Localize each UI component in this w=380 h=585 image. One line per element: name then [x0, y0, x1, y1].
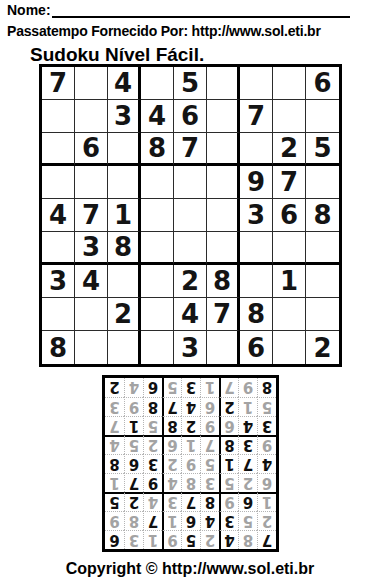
puzzle-cell-r1c9: 6	[306, 67, 339, 100]
solution-cell-r6c3: 8	[219, 435, 238, 454]
name-label: Nome:	[7, 2, 51, 18]
solution-cell-r3c2: 6	[238, 492, 257, 511]
solution-cell-r4c2: 2	[238, 473, 257, 492]
puzzle-cell-r8c4	[141, 298, 174, 331]
puzzle-cell-r1c8	[273, 67, 306, 100]
solution-cell-r7c6: 8	[162, 416, 181, 435]
puzzle-cell-r2c2	[75, 100, 108, 133]
solution-cell-r8c7: 8	[143, 397, 162, 416]
solution-cell-r6c9: 4	[105, 435, 124, 454]
copyright-text: Copyright © http://www.sol.eti.br	[0, 560, 380, 578]
puzzle-cell-r5c8: 6	[273, 199, 306, 232]
solution-cell-r1c2: 8	[238, 530, 257, 549]
puzzle-cell-r4c8: 7	[273, 166, 306, 199]
puzzle-cell-r3c3	[108, 133, 141, 166]
solution-cell-r1c6: 9	[162, 530, 181, 549]
puzzle-cell-r7c8: 1	[273, 265, 306, 298]
puzzle-cell-r8c6: 7	[207, 298, 240, 331]
puzzle-cell-r3c2: 6	[75, 133, 108, 166]
puzzle-cell-r4c9	[306, 166, 339, 199]
puzzle-cell-r8c2	[75, 298, 108, 331]
puzzle-cell-r8c1	[42, 298, 75, 331]
solution-cell-r8c2: 1	[238, 397, 257, 416]
solution-cell-r4c1: 6	[257, 473, 276, 492]
puzzle-cell-r5c2: 7	[75, 199, 108, 232]
solution-cell-r2c2: 5	[238, 511, 257, 530]
puzzle-cell-r5c9: 8	[306, 199, 339, 232]
solution-cell-r1c1: 7	[257, 530, 276, 549]
name-underline	[52, 2, 350, 18]
solution-cell-r9c8: 4	[124, 378, 143, 397]
puzzle-cell-r5c1: 4	[42, 199, 75, 232]
puzzle-cell-r3c9: 5	[306, 133, 339, 166]
puzzle-cell-r9c8	[273, 331, 306, 364]
puzzle-cell-r7c7	[240, 265, 273, 298]
solution-cell-r4c6: 4	[162, 473, 181, 492]
solution-cell-r4c4: 3	[200, 473, 219, 492]
solution-cell-r3c7: 4	[143, 492, 162, 511]
solution-cell-r7c3: 6	[219, 416, 238, 435]
solution-cell-r6c6: 6	[162, 435, 181, 454]
solution-cell-r5c9: 8	[105, 454, 124, 473]
solution-cell-r4c3: 5	[219, 473, 238, 492]
puzzle-cell-r3c4: 8	[141, 133, 174, 166]
solution-cell-r5c6: 2	[162, 454, 181, 473]
puzzle-cell-r2c8	[273, 100, 306, 133]
solution-cell-r3c5: 7	[181, 492, 200, 511]
puzzle-cell-r9c6	[207, 331, 240, 364]
puzzle-cell-r4c3	[108, 166, 141, 199]
puzzle-cell-r7c1: 3	[42, 265, 75, 298]
puzzle-cell-r9c3	[108, 331, 141, 364]
puzzle-cell-r6c2: 3	[75, 232, 108, 265]
solution-cell-r1c9: 6	[105, 530, 124, 549]
puzzle-cell-r8c8	[273, 298, 306, 331]
puzzle-cell-r5c7: 3	[240, 199, 273, 232]
puzzle-grid: 745634676872597471368383428124788362	[39, 64, 342, 367]
solution-cell-r4c7: 9	[143, 473, 162, 492]
solution-cell-r7c5: 2	[181, 416, 200, 435]
solution-cell-r7c9: 7	[105, 416, 124, 435]
puzzle-cell-r5c5	[174, 199, 207, 232]
puzzle-cell-r3c1	[42, 133, 75, 166]
solution-cell-r5c4: 5	[200, 454, 219, 473]
solution-cell-r9c4: 1	[200, 378, 219, 397]
puzzle-cell-r1c2	[75, 67, 108, 100]
puzzle-cell-r9c5: 3	[174, 331, 207, 364]
puzzle-cell-r1c3: 4	[108, 67, 141, 100]
puzzle-cell-r1c1: 7	[42, 67, 75, 100]
solution-grid: 7842591362534617891698734256253849714715…	[102, 375, 279, 552]
solution-cell-r5c5: 9	[181, 454, 200, 473]
puzzle-cell-r2c3: 3	[108, 100, 141, 133]
provider-text: Passatempo Fornecido Por: http://www.sol…	[7, 23, 350, 39]
solution-cell-r9c1: 8	[257, 378, 276, 397]
puzzle-cell-r9c2	[75, 331, 108, 364]
solution-cell-r1c4: 2	[200, 530, 219, 549]
solution-cell-r2c5: 6	[181, 511, 200, 530]
solution-cell-r1c8: 3	[124, 530, 143, 549]
solution-cell-r9c3: 7	[219, 378, 238, 397]
puzzle-cell-r5c4	[141, 199, 174, 232]
solution-cell-r8c4: 6	[200, 397, 219, 416]
solution-cell-r9c5: 3	[181, 378, 200, 397]
puzzle-cell-r2c6	[207, 100, 240, 133]
solution-cell-r2c6: 1	[162, 511, 181, 530]
puzzle-cell-r4c4	[141, 166, 174, 199]
puzzle-cell-r8c9	[306, 298, 339, 331]
puzzle-cell-r5c6	[207, 199, 240, 232]
page-title: Sudoku Nível Fácil.	[30, 44, 350, 66]
puzzle-cell-r4c6	[207, 166, 240, 199]
puzzle-cell-r3c8: 2	[273, 133, 306, 166]
puzzle-cell-r7c5: 2	[174, 265, 207, 298]
puzzle-cell-r6c7	[240, 232, 273, 265]
puzzle-cell-r2c9	[306, 100, 339, 133]
solution-cell-r1c5: 5	[181, 530, 200, 549]
puzzle-cell-r6c3: 8	[108, 232, 141, 265]
puzzle-cell-r2c1	[42, 100, 75, 133]
solution-cell-r3c1: 1	[257, 492, 276, 511]
solution-cell-r4c5: 8	[181, 473, 200, 492]
puzzle-cell-r8c3: 2	[108, 298, 141, 331]
solution-cell-r3c6: 3	[162, 492, 181, 511]
puzzle-cell-r8c5: 4	[174, 298, 207, 331]
name-field-row: Nome:	[7, 2, 350, 18]
puzzle-cell-r8c7: 8	[240, 298, 273, 331]
solution-cell-r8c1: 5	[257, 397, 276, 416]
solution-cell-r4c9: 1	[105, 473, 124, 492]
puzzle-cell-r9c7: 6	[240, 331, 273, 364]
solution-cell-r6c2: 3	[238, 435, 257, 454]
puzzle-cell-r7c4	[141, 265, 174, 298]
puzzle-cell-r6c1	[42, 232, 75, 265]
puzzle-cell-r7c3	[108, 265, 141, 298]
puzzle-cell-r2c5: 6	[174, 100, 207, 133]
solution-cell-r1c7: 1	[143, 530, 162, 549]
solution-cell-r8c5: 4	[181, 397, 200, 416]
solution-cell-r2c1: 2	[257, 511, 276, 530]
solution-cell-r9c7: 6	[143, 378, 162, 397]
solution-cell-r2c4: 4	[200, 511, 219, 530]
puzzle-cell-r3c7	[240, 133, 273, 166]
solution-cell-r1c3: 4	[219, 530, 238, 549]
puzzle-cell-r4c7: 9	[240, 166, 273, 199]
solution-cell-r3c4: 8	[200, 492, 219, 511]
puzzle-cell-r4c5	[174, 166, 207, 199]
solution-cell-r9c2: 9	[238, 378, 257, 397]
solution-cell-r8c9: 3	[105, 397, 124, 416]
puzzle-cell-r6c9	[306, 232, 339, 265]
puzzle-cell-r5c3: 1	[108, 199, 141, 232]
solution-cell-r7c7: 5	[143, 416, 162, 435]
solution-cell-r8c8: 9	[124, 397, 143, 416]
solution-cell-r5c7: 3	[143, 454, 162, 473]
solution-cell-r8c6: 7	[162, 397, 181, 416]
solution-cell-r7c1: 3	[257, 416, 276, 435]
puzzle-cell-r1c5: 5	[174, 67, 207, 100]
solution-cell-r4c8: 7	[124, 473, 143, 492]
puzzle-cell-r7c2: 4	[75, 265, 108, 298]
puzzle-cell-r4c1	[42, 166, 75, 199]
solution-cell-r6c4: 7	[200, 435, 219, 454]
puzzle-cell-r3c6	[207, 133, 240, 166]
solution-cell-r3c9: 5	[105, 492, 124, 511]
solution-cell-r3c8: 2	[124, 492, 143, 511]
puzzle-cell-r9c1: 8	[42, 331, 75, 364]
puzzle-cell-r6c5	[174, 232, 207, 265]
solution-cell-r6c1: 9	[257, 435, 276, 454]
puzzle-cell-r7c9	[306, 265, 339, 298]
solution-cell-r2c7: 7	[143, 511, 162, 530]
solution-cell-r9c9: 2	[105, 378, 124, 397]
puzzle-cell-r9c9: 2	[306, 331, 339, 364]
solution-cell-r6c5: 1	[181, 435, 200, 454]
puzzle-cell-r2c4: 4	[141, 100, 174, 133]
solution-cell-r7c4: 9	[200, 416, 219, 435]
puzzle-cell-r9c4	[141, 331, 174, 364]
puzzle-cell-r6c4	[141, 232, 174, 265]
solution-cell-r5c3: 1	[219, 454, 238, 473]
solution-cell-r7c2: 4	[238, 416, 257, 435]
puzzle-cell-r6c8	[273, 232, 306, 265]
solution-cell-r6c8: 5	[124, 435, 143, 454]
puzzle-cell-r4c2	[75, 166, 108, 199]
puzzle-cell-r1c4	[141, 67, 174, 100]
solution-cell-r5c2: 7	[238, 454, 257, 473]
solution-cell-r2c9: 9	[105, 511, 124, 530]
puzzle-cell-r1c7	[240, 67, 273, 100]
solution-cell-r3c3: 9	[219, 492, 238, 511]
solution-cell-r2c3: 3	[219, 511, 238, 530]
puzzle-cell-r1c6	[207, 67, 240, 100]
page-header: Nome: Passatempo Fornecido Por: http://w…	[7, 2, 350, 66]
solution-cell-r9c6: 5	[162, 378, 181, 397]
solution-cell-r8c3: 2	[219, 397, 238, 416]
puzzle-cell-r3c5: 7	[174, 133, 207, 166]
solution-cell-r5c8: 6	[124, 454, 143, 473]
solution-cell-r7c8: 1	[124, 416, 143, 435]
puzzle-cell-r2c7: 7	[240, 100, 273, 133]
solution-cell-r6c7: 2	[143, 435, 162, 454]
solution-cell-r5c1: 4	[257, 454, 276, 473]
puzzle-cell-r7c6: 8	[207, 265, 240, 298]
puzzle-cell-r6c6	[207, 232, 240, 265]
solution-cell-r2c8: 8	[124, 511, 143, 530]
